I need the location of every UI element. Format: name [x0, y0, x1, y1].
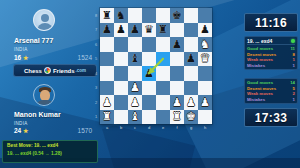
square-g7[interactable] — [184, 23, 198, 38]
square-f2[interactable]: ♟ — [170, 95, 184, 110]
clock-player-bottom: 17:33 — [244, 108, 298, 127]
square-e5[interactable] — [156, 52, 170, 67]
square-c5[interactable]: ♝ — [128, 52, 142, 67]
person-icon — [41, 14, 49, 22]
square-d6[interactable] — [142, 37, 156, 52]
square-b8[interactable]: ♞ — [114, 8, 128, 23]
player-top-name[interactable]: Arsenal 777 — [14, 37, 94, 44]
avatar-player-top[interactable] — [33, 9, 55, 31]
white-pawn-a2: ♟ — [102, 97, 112, 108]
best-move-indicator-dot — [291, 39, 295, 43]
square-c1[interactable]: ♝ — [128, 110, 142, 125]
square-a4[interactable] — [100, 66, 114, 81]
avatar-photo — [36, 100, 54, 106]
best-move-label: Best Move: 19. ... exd4 — [7, 143, 93, 148]
square-g5[interactable]: ♟ — [184, 52, 198, 67]
player-bottom-stars: 24 ★ — [14, 127, 28, 134]
square-e2[interactable] — [156, 95, 170, 110]
square-d5[interactable] — [142, 52, 156, 67]
square-e8[interactable] — [156, 8, 170, 23]
player-bottom-country: INDIA — [14, 121, 74, 126]
right-sidebar: 11:16 19. ... exd4 Good moves 11 Decent … — [243, 0, 300, 168]
square-h2[interactable]: ♟ — [198, 95, 212, 110]
analysis-panel-bottom: Good moves 14 Decent moves 5 Weak moves … — [244, 78, 298, 104]
player-bottom-name[interactable]: Manon Kumar — [14, 111, 94, 118]
file-label-a: a — [100, 125, 114, 130]
square-f3[interactable] — [170, 81, 184, 96]
square-b6[interactable] — [114, 37, 128, 52]
rank-label-8: 8 — [95, 8, 97, 23]
white-pawn-g2: ♟ — [186, 97, 196, 108]
black-knight-b8: ♞ — [116, 10, 126, 21]
square-a7[interactable]: ♟ — [100, 23, 114, 38]
analysis-panel-top: 19. ... exd4 Good moves 11 Decent moves … — [244, 36, 298, 70]
square-e4[interactable] — [156, 66, 170, 81]
black-rook-e7: ♜ — [158, 24, 168, 35]
square-d3[interactable] — [142, 81, 156, 96]
clock-player-top: 11:16 — [244, 13, 298, 32]
square-f5[interactable] — [170, 52, 184, 67]
rank-labels: 87654321 — [95, 8, 97, 124]
square-a8[interactable]: ♜ — [100, 8, 114, 23]
white-queen-h5: ♛ — [200, 53, 210, 64]
chess-app-screen: Arsenal 777 INDIA 16 ★ 1524 Chess Friend… — [0, 0, 300, 168]
square-e6[interactable] — [156, 37, 170, 52]
white-pawn-h2: ♟ — [200, 97, 210, 108]
square-h4[interactable] — [198, 66, 212, 81]
square-b1[interactable] — [114, 110, 128, 125]
square-g1[interactable]: ♚ — [184, 110, 198, 125]
black-pawn-h7: ♟ — [200, 24, 210, 35]
square-b7[interactable]: ♟ — [114, 23, 128, 38]
white-bishop-c1: ♝ — [130, 111, 140, 122]
square-a5[interactable] — [100, 52, 114, 67]
square-b3[interactable] — [114, 81, 128, 96]
square-b2[interactable] — [114, 95, 128, 110]
square-h8[interactable] — [198, 8, 212, 23]
player-top-country: INDIA — [14, 47, 74, 52]
square-f4[interactable] — [170, 66, 184, 81]
square-b5[interactable] — [114, 52, 128, 67]
player-top-rating: 1524 — [78, 54, 92, 61]
black-rook-a8: ♜ — [102, 10, 112, 21]
chessfriends-logo[interactable]: Chess Friends .com — [13, 64, 97, 77]
star-icon: ★ — [23, 55, 28, 61]
star-icon: ★ — [23, 128, 28, 134]
left-sidebar: Arsenal 777 INDIA 16 ★ 1524 Chess Friend… — [0, 0, 100, 168]
chess-board[interactable]: ♜♞♚♟♟♟♛♜♟♟♞♝♟♛♟♟♟♟♟♟♟♜♝♜♚ — [100, 8, 212, 124]
rank-label-2: 2 — [95, 95, 97, 110]
best-move-box: Best Move: 19. ... exd4 19. ... exd4 (0.… — [2, 140, 98, 163]
square-a2[interactable]: ♟ — [100, 95, 114, 110]
last-move-label: 19. ... exd4 — [247, 38, 272, 44]
rank-label-1: 1 — [95, 110, 97, 125]
player-bottom-rating: 1570 — [78, 127, 92, 134]
square-a6[interactable] — [100, 37, 114, 52]
square-c6[interactable] — [128, 37, 142, 52]
stat-row-mistakes: Mistakes 1 — [247, 63, 295, 69]
file-label-g: g — [184, 125, 198, 130]
square-b4[interactable] — [114, 66, 128, 81]
square-f8[interactable]: ♚ — [170, 8, 184, 23]
file-label-h: h — [198, 125, 212, 130]
best-move-eval: 19. ... exd4 (0.54 → 1.28) — [7, 151, 93, 156]
square-e3[interactable] — [156, 81, 170, 96]
black-pawn-b7: ♟ — [116, 24, 126, 35]
white-knight-h6: ♞ — [200, 39, 210, 50]
avatar-player-bottom[interactable] — [33, 84, 55, 106]
black-pawn-a7: ♟ — [102, 24, 112, 35]
file-label-b: b — [114, 125, 128, 130]
black-queen-d7: ♛ — [144, 24, 154, 35]
file-label-d: d — [142, 125, 156, 130]
square-c4[interactable] — [128, 66, 142, 81]
player-top-stars: 16 ★ — [14, 54, 28, 61]
white-pawn-c2: ♟ — [130, 97, 140, 108]
square-f1[interactable]: ♜ — [170, 110, 184, 125]
square-f6[interactable]: ♟ — [170, 37, 184, 52]
person-icon — [37, 23, 53, 31]
square-g2[interactable]: ♟ — [184, 95, 198, 110]
square-f7[interactable] — [170, 23, 184, 38]
white-king-g1: ♚ — [186, 111, 196, 122]
file-label-c: c — [128, 125, 142, 130]
white-pawn-c3: ♟ — [130, 82, 140, 93]
square-c3[interactable]: ♟ — [128, 81, 142, 96]
square-c7[interactable]: ♟ — [128, 23, 142, 38]
square-g8[interactable] — [184, 8, 198, 23]
analysis-panel-header: 19. ... exd4 — [247, 38, 295, 45]
square-a1[interactable]: ♜ — [100, 110, 114, 125]
square-g6[interactable] — [184, 37, 198, 52]
square-d4[interactable]: ♟ — [142, 66, 156, 81]
file-label-f: f — [170, 125, 184, 130]
square-g3[interactable] — [184, 81, 198, 96]
rank-label-6: 6 — [95, 37, 97, 52]
square-d1[interactable] — [142, 110, 156, 125]
logo-star-icon — [44, 67, 51, 74]
square-e7[interactable]: ♜ — [156, 23, 170, 38]
square-d2[interactable] — [142, 95, 156, 110]
square-h5[interactable]: ♛ — [198, 52, 212, 67]
board-area: ♜♞♚♟♟♟♛♜♟♟♞♝♟♛♟♟♟♟♟♟♟♜♝♜♚ 87654321 abcde… — [100, 8, 212, 124]
black-king-f8: ♚ — [172, 10, 182, 21]
square-d8[interactable] — [142, 8, 156, 23]
white-pawn-f2: ♟ — [172, 97, 182, 108]
player-bottom-stats-row: 24 ★ 1570 — [14, 127, 92, 134]
black-pawn-g5: ♟ — [186, 53, 196, 64]
file-labels: abcdefgh — [100, 125, 212, 130]
black-pawn-d4: ♟ — [144, 68, 154, 79]
square-h6[interactable]: ♞ — [198, 37, 212, 52]
square-h1[interactable] — [198, 110, 212, 125]
black-bishop-c5: ♝ — [130, 53, 140, 64]
square-c8[interactable] — [128, 8, 142, 23]
square-c2[interactable]: ♟ — [128, 95, 142, 110]
square-h7[interactable]: ♟ — [198, 23, 212, 38]
square-d7[interactable]: ♛ — [142, 23, 156, 38]
logo-suffix: .com — [76, 68, 87, 73]
rank-label-4: 4 — [95, 66, 97, 81]
square-g4[interactable] — [184, 66, 198, 81]
white-rook-f1: ♜ — [172, 111, 182, 122]
rank-label-5: 5 — [95, 52, 97, 67]
black-pawn-c7: ♟ — [130, 24, 140, 35]
logo-text-left: Chess — [24, 68, 42, 74]
white-rook-a1: ♜ — [102, 111, 112, 122]
stat-row-mistakes: Mistakes 1 — [247, 97, 295, 103]
black-pawn-f6: ♟ — [172, 39, 182, 50]
player-top-stats-row: 16 ★ 1524 — [14, 54, 92, 61]
rank-label-7: 7 — [95, 23, 97, 38]
square-a3[interactable] — [100, 81, 114, 96]
square-e1[interactable] — [156, 110, 170, 125]
file-label-e: e — [156, 125, 170, 130]
logo-text-right: Friends — [53, 68, 75, 74]
rank-label-3: 3 — [95, 81, 97, 96]
square-h3[interactable] — [198, 81, 212, 96]
